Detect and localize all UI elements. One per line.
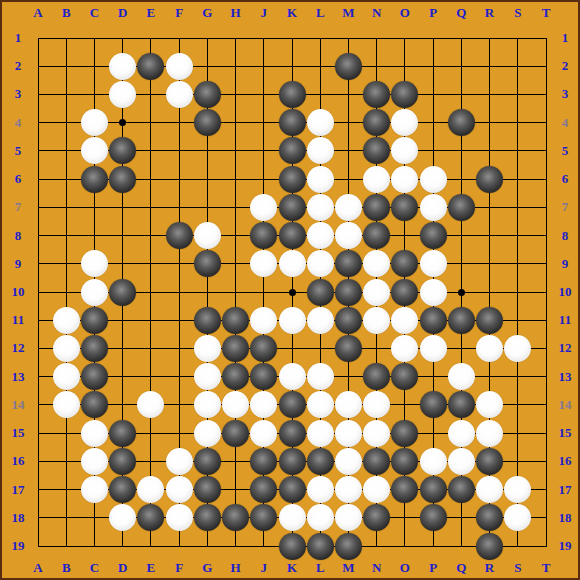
column-label-bottom-G: G — [195, 559, 219, 577]
stone-white[interactable] — [250, 420, 277, 447]
stone-white[interactable] — [307, 137, 334, 164]
row-label-left-14: 14 — [6, 396, 30, 414]
stone-white[interactable] — [391, 109, 418, 136]
grid-line-horizontal — [38, 348, 547, 349]
stone-white[interactable] — [335, 420, 362, 447]
stone-black[interactable] — [194, 250, 221, 277]
column-label-bottom-C: C — [82, 559, 106, 577]
stone-white[interactable] — [81, 448, 108, 475]
column-label-top-B: B — [54, 4, 78, 22]
stone-white[interactable] — [53, 363, 80, 390]
stone-black[interactable] — [448, 109, 475, 136]
column-label-bottom-N: N — [365, 559, 389, 577]
row-label-left-17: 17 — [6, 481, 30, 499]
stone-white[interactable] — [137, 476, 164, 503]
stone-white[interactable] — [391, 335, 418, 362]
row-label-left-18: 18 — [6, 509, 30, 527]
stone-black[interactable] — [279, 81, 306, 108]
stone-white[interactable] — [166, 476, 193, 503]
grid-line-vertical — [546, 38, 547, 547]
stone-white[interactable] — [335, 504, 362, 531]
stone-black[interactable] — [335, 533, 362, 560]
stone-black[interactable] — [476, 533, 503, 560]
stone-black[interactable] — [279, 476, 306, 503]
grid-line-vertical — [517, 38, 518, 547]
row-label-right-2: 2 — [553, 57, 577, 75]
stone-white[interactable] — [363, 166, 390, 193]
stone-white[interactable] — [335, 194, 362, 221]
stone-black[interactable] — [335, 250, 362, 277]
stone-black[interactable] — [307, 279, 334, 306]
stone-white[interactable] — [420, 279, 447, 306]
stone-black[interactable] — [363, 81, 390, 108]
star-point — [458, 289, 465, 296]
stone-black[interactable] — [476, 166, 503, 193]
stone-white[interactable] — [448, 363, 475, 390]
stone-black[interactable] — [194, 476, 221, 503]
stone-white[interactable] — [307, 420, 334, 447]
stone-black[interactable] — [137, 504, 164, 531]
stone-white[interactable] — [250, 307, 277, 334]
stone-white[interactable] — [363, 391, 390, 418]
row-label-right-10: 10 — [553, 283, 577, 301]
stone-white[interactable] — [391, 137, 418, 164]
stone-black[interactable] — [222, 307, 249, 334]
column-label-top-P: P — [421, 4, 445, 22]
stone-white[interactable] — [81, 250, 108, 277]
stone-black[interactable] — [81, 363, 108, 390]
stone-white[interactable] — [307, 166, 334, 193]
stone-black[interactable] — [363, 137, 390, 164]
stone-white[interactable] — [476, 476, 503, 503]
stone-black[interactable] — [391, 363, 418, 390]
stone-white[interactable] — [166, 448, 193, 475]
stone-black[interactable] — [279, 109, 306, 136]
row-label-right-1: 1 — [553, 29, 577, 47]
stone-black[interactable] — [420, 504, 447, 531]
stone-black[interactable] — [194, 504, 221, 531]
column-label-top-C: C — [82, 4, 106, 22]
stone-white[interactable] — [307, 109, 334, 136]
row-label-left-10: 10 — [6, 283, 30, 301]
stone-black[interactable] — [222, 363, 249, 390]
stone-black[interactable] — [137, 53, 164, 80]
column-label-top-Q: Q — [449, 4, 473, 22]
stone-black[interactable] — [279, 448, 306, 475]
column-label-top-H: H — [224, 4, 248, 22]
go-board-app: AABBCCDDEEFFGGHHJJKKLLMMNNOOPPQQRRSSTT11… — [0, 0, 580, 580]
row-label-right-3: 3 — [553, 85, 577, 103]
column-label-bottom-D: D — [111, 559, 135, 577]
row-label-right-18: 18 — [553, 509, 577, 527]
row-label-left-16: 16 — [6, 452, 30, 470]
stone-black[interactable] — [363, 448, 390, 475]
stone-white[interactable] — [166, 53, 193, 80]
stone-white[interactable] — [222, 391, 249, 418]
stone-white[interactable] — [363, 307, 390, 334]
stone-white[interactable] — [81, 279, 108, 306]
stone-white[interactable] — [307, 222, 334, 249]
stone-black[interactable] — [391, 448, 418, 475]
stone-black[interactable] — [391, 476, 418, 503]
stone-black[interactable] — [391, 279, 418, 306]
stone-black[interactable] — [335, 307, 362, 334]
stone-black[interactable] — [222, 504, 249, 531]
stone-white[interactable] — [81, 109, 108, 136]
stone-black[interactable] — [391, 194, 418, 221]
row-label-left-9: 9 — [6, 255, 30, 273]
row-label-right-15: 15 — [553, 424, 577, 442]
stone-white[interactable] — [307, 250, 334, 277]
stone-black[interactable] — [476, 504, 503, 531]
row-label-left-6: 6 — [6, 170, 30, 188]
stone-black[interactable] — [363, 109, 390, 136]
row-label-left-11: 11 — [6, 311, 30, 329]
row-label-right-9: 9 — [553, 255, 577, 273]
column-label-top-N: N — [365, 4, 389, 22]
stone-white[interactable] — [476, 391, 503, 418]
stone-black[interactable] — [420, 307, 447, 334]
column-label-bottom-R: R — [478, 559, 502, 577]
row-label-left-19: 19 — [6, 537, 30, 555]
stone-black[interactable] — [109, 137, 136, 164]
stone-white[interactable] — [476, 335, 503, 362]
column-label-top-O: O — [393, 4, 417, 22]
stone-black[interactable] — [222, 335, 249, 362]
stone-black[interactable] — [279, 222, 306, 249]
stone-black[interactable] — [448, 307, 475, 334]
stone-black[interactable] — [194, 448, 221, 475]
stone-black[interactable] — [279, 533, 306, 560]
row-label-right-6: 6 — [553, 170, 577, 188]
row-label-right-5: 5 — [553, 142, 577, 160]
stone-white[interactable] — [279, 307, 306, 334]
row-label-left-2: 2 — [6, 57, 30, 75]
stone-black[interactable] — [81, 391, 108, 418]
stone-white[interactable] — [250, 250, 277, 277]
stone-white[interactable] — [420, 335, 447, 362]
stone-white[interactable] — [363, 420, 390, 447]
column-label-bottom-K: K — [280, 559, 304, 577]
stone-white[interactable] — [109, 81, 136, 108]
column-label-bottom-E: E — [139, 559, 163, 577]
stone-white[interactable] — [476, 420, 503, 447]
row-label-right-14: 14 — [553, 396, 577, 414]
column-label-top-L: L — [308, 4, 332, 22]
stone-black[interactable] — [391, 250, 418, 277]
column-label-bottom-O: O — [393, 559, 417, 577]
row-label-left-7: 7 — [6, 198, 30, 216]
stone-white[interactable] — [307, 194, 334, 221]
stone-black[interactable] — [279, 137, 306, 164]
stone-black[interactable] — [109, 420, 136, 447]
column-label-bottom-H: H — [224, 559, 248, 577]
stone-black[interactable] — [391, 81, 418, 108]
stone-black[interactable] — [279, 194, 306, 221]
stone-white[interactable] — [194, 363, 221, 390]
stone-white[interactable] — [448, 420, 475, 447]
column-label-top-M: M — [336, 4, 360, 22]
stone-black[interactable] — [250, 335, 277, 362]
column-label-top-D: D — [111, 4, 135, 22]
row-label-left-1: 1 — [6, 29, 30, 47]
stone-white[interactable] — [53, 307, 80, 334]
stone-white[interactable] — [335, 476, 362, 503]
stone-black[interactable] — [476, 448, 503, 475]
stone-black[interactable] — [250, 504, 277, 531]
stone-white[interactable] — [307, 363, 334, 390]
column-label-bottom-J: J — [252, 559, 276, 577]
stone-black[interactable] — [420, 222, 447, 249]
column-label-bottom-M: M — [336, 559, 360, 577]
stone-white[interactable] — [81, 137, 108, 164]
row-label-right-4: 4 — [553, 114, 577, 132]
row-label-right-17: 17 — [553, 481, 577, 499]
row-label-right-19: 19 — [553, 537, 577, 555]
column-label-bottom-S: S — [506, 559, 530, 577]
stone-white[interactable] — [194, 420, 221, 447]
column-label-bottom-P: P — [421, 559, 445, 577]
row-label-left-3: 3 — [6, 85, 30, 103]
row-label-right-11: 11 — [553, 311, 577, 329]
stone-black[interactable] — [420, 391, 447, 418]
stone-black[interactable] — [109, 448, 136, 475]
stone-white[interactable] — [391, 307, 418, 334]
stone-white[interactable] — [307, 391, 334, 418]
row-label-right-8: 8 — [553, 227, 577, 245]
stone-white[interactable] — [504, 476, 531, 503]
stone-white[interactable] — [448, 448, 475, 475]
column-label-top-R: R — [478, 4, 502, 22]
row-label-right-13: 13 — [553, 368, 577, 386]
stone-white[interactable] — [504, 335, 531, 362]
stone-black[interactable] — [222, 420, 249, 447]
stone-black[interactable] — [420, 476, 447, 503]
stone-white[interactable] — [194, 222, 221, 249]
column-label-bottom-F: F — [167, 559, 191, 577]
column-label-bottom-L: L — [308, 559, 332, 577]
stone-white[interactable] — [279, 504, 306, 531]
row-label-left-13: 13 — [6, 368, 30, 386]
row-label-right-12: 12 — [553, 339, 577, 357]
stone-black[interactable] — [363, 222, 390, 249]
stone-black[interactable] — [194, 81, 221, 108]
stone-white[interactable] — [194, 335, 221, 362]
stone-white[interactable] — [420, 166, 447, 193]
column-label-top-A: A — [26, 4, 50, 22]
stone-white[interactable] — [335, 391, 362, 418]
stone-black[interactable] — [363, 194, 390, 221]
stone-black[interactable] — [166, 222, 193, 249]
stone-black[interactable] — [81, 307, 108, 334]
stone-black[interactable] — [109, 279, 136, 306]
stone-white[interactable] — [53, 335, 80, 362]
stone-white[interactable] — [391, 166, 418, 193]
row-label-right-16: 16 — [553, 452, 577, 470]
stone-white[interactable] — [307, 307, 334, 334]
stone-black[interactable] — [335, 335, 362, 362]
column-label-top-G: G — [195, 4, 219, 22]
stone-white[interactable] — [307, 476, 334, 503]
stone-white[interactable] — [53, 391, 80, 418]
stone-white[interactable] — [109, 53, 136, 80]
stone-white[interactable] — [420, 194, 447, 221]
row-label-left-8: 8 — [6, 227, 30, 245]
row-label-left-4: 4 — [6, 114, 30, 132]
column-label-top-K: K — [280, 4, 304, 22]
stone-white[interactable] — [194, 391, 221, 418]
stone-black[interactable] — [363, 504, 390, 531]
column-label-top-J: J — [252, 4, 276, 22]
stone-black[interactable] — [250, 222, 277, 249]
column-label-bottom-A: A — [26, 559, 50, 577]
stone-white[interactable] — [81, 420, 108, 447]
stone-white[interactable] — [335, 222, 362, 249]
star-point — [289, 289, 296, 296]
stone-white[interactable] — [420, 448, 447, 475]
stone-black[interactable] — [109, 166, 136, 193]
stone-black[interactable] — [448, 476, 475, 503]
stone-black[interactable] — [279, 391, 306, 418]
column-label-top-E: E — [139, 4, 163, 22]
row-label-left-15: 15 — [6, 424, 30, 442]
stone-black[interactable] — [250, 363, 277, 390]
column-label-top-S: S — [506, 4, 530, 22]
stone-black[interactable] — [81, 335, 108, 362]
stone-black[interactable] — [250, 476, 277, 503]
stone-white[interactable] — [279, 363, 306, 390]
stone-white[interactable] — [363, 279, 390, 306]
stone-white[interactable] — [420, 250, 447, 277]
stone-black[interactable] — [448, 194, 475, 221]
column-label-top-F: F — [167, 4, 191, 22]
stone-black[interactable] — [363, 363, 390, 390]
stone-black[interactable] — [194, 109, 221, 136]
column-label-top-T: T — [534, 4, 558, 22]
column-label-bottom-Q: Q — [449, 559, 473, 577]
stone-white[interactable] — [363, 250, 390, 277]
star-point — [119, 119, 126, 126]
stone-black[interactable] — [194, 307, 221, 334]
stone-white[interactable] — [166, 81, 193, 108]
stone-white[interactable] — [363, 476, 390, 503]
stone-black[interactable] — [448, 391, 475, 418]
stone-black[interactable] — [279, 420, 306, 447]
stone-white[interactable] — [109, 504, 136, 531]
stone-white[interactable] — [81, 476, 108, 503]
stone-white[interactable] — [250, 391, 277, 418]
stone-white[interactable] — [166, 504, 193, 531]
stone-black[interactable] — [391, 420, 418, 447]
stone-white[interactable] — [137, 391, 164, 418]
stone-black[interactable] — [335, 279, 362, 306]
stone-black[interactable] — [81, 166, 108, 193]
stone-black[interactable] — [307, 533, 334, 560]
stone-white[interactable] — [335, 448, 362, 475]
stone-black[interactable] — [335, 53, 362, 80]
stone-black[interactable] — [307, 448, 334, 475]
row-label-right-7: 7 — [553, 198, 577, 216]
stone-white[interactable] — [504, 504, 531, 531]
stone-white[interactable] — [307, 504, 334, 531]
stone-black[interactable] — [250, 448, 277, 475]
stone-black[interactable] — [279, 166, 306, 193]
row-label-left-12: 12 — [6, 339, 30, 357]
stone-white[interactable] — [279, 250, 306, 277]
stone-black[interactable] — [476, 307, 503, 334]
row-label-left-5: 5 — [6, 142, 30, 160]
column-label-bottom-B: B — [54, 559, 78, 577]
column-label-bottom-T: T — [534, 559, 558, 577]
stone-white[interactable] — [250, 194, 277, 221]
stone-black[interactable] — [109, 476, 136, 503]
